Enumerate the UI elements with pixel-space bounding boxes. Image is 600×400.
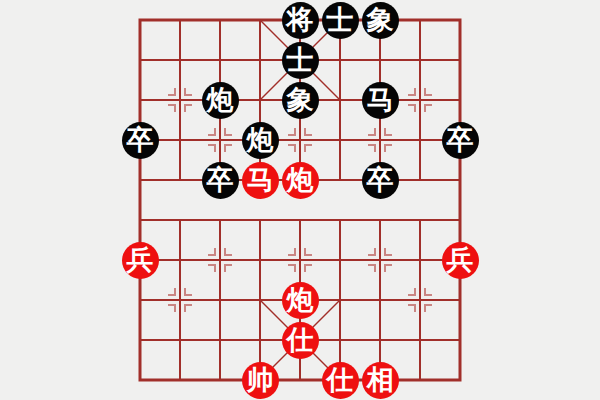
piece-red-advisor[interactable]: 仕	[282, 322, 319, 359]
piece-black-general[interactable]: 将	[282, 2, 319, 39]
piece-red-soldier[interactable]: 兵	[442, 242, 479, 279]
piece-black-elephant[interactable]: 象	[362, 2, 399, 39]
piece-black-soldier[interactable]: 卒	[362, 162, 399, 199]
piece-black-horse[interactable]: 马	[362, 82, 399, 119]
piece-black-advisor[interactable]: 士	[282, 42, 319, 79]
piece-black-soldier[interactable]: 卒	[442, 122, 479, 159]
piece-red-horse[interactable]: 马	[242, 162, 279, 199]
piece-black-advisor[interactable]: 士	[322, 2, 359, 39]
piece-red-cannon[interactable]: 炮	[282, 162, 319, 199]
piece-black-cannon[interactable]: 炮	[242, 122, 279, 159]
piece-red-general[interactable]: 帅	[242, 362, 279, 399]
piece-black-cannon[interactable]: 炮	[202, 82, 239, 119]
piece-black-elephant[interactable]: 象	[282, 82, 319, 119]
piece-red-cannon[interactable]: 炮	[282, 282, 319, 319]
piece-red-soldier[interactable]: 兵	[122, 242, 159, 279]
piece-black-soldier[interactable]: 卒	[122, 122, 159, 159]
piece-red-elephant[interactable]: 相	[362, 362, 399, 399]
xiangqi-piece-layer: 将士象士炮象马卒炮卒卒卒马炮兵兵炮仕帅仕相	[120, 0, 480, 400]
piece-red-advisor[interactable]: 仕	[322, 362, 359, 399]
xiangqi-app: 将士象士炮象马卒炮卒卒卒马炮兵兵炮仕帅仕相	[0, 0, 600, 400]
piece-black-soldier[interactable]: 卒	[202, 162, 239, 199]
